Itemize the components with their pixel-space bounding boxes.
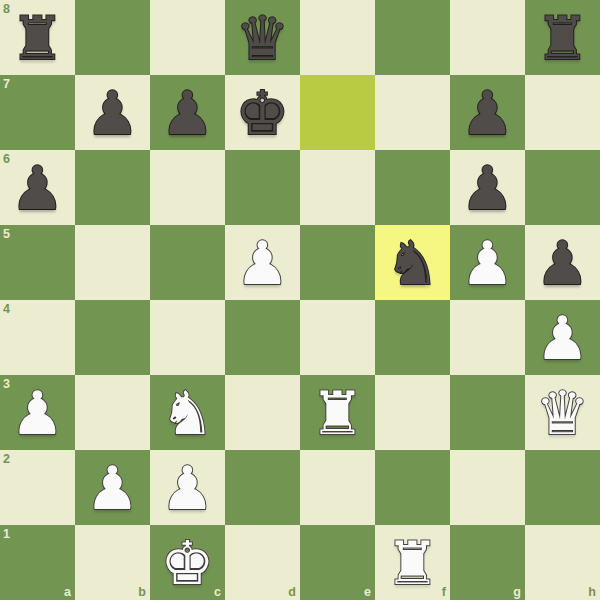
square-f1[interactable]: f♜ xyxy=(375,525,450,600)
square-c4[interactable] xyxy=(150,300,225,375)
square-g5[interactable]: ♟ xyxy=(450,225,525,300)
square-a8[interactable]: 8♜ xyxy=(0,0,75,75)
square-b5[interactable] xyxy=(75,225,150,300)
square-g6[interactable]: ♟ xyxy=(450,150,525,225)
square-d7[interactable]: ♚ xyxy=(225,75,300,150)
piece-white-pawn-h4[interactable]: ♟ xyxy=(536,308,590,368)
square-h3[interactable]: ♛ xyxy=(525,375,600,450)
piece-black-pawn-h5[interactable]: ♟ xyxy=(536,233,590,293)
chess-board: 8♜♛♜7♟♟♚♟6♟♟5♟♞♟♟4♟3♟♞♜♛2♟♟1abc♚def♜gh xyxy=(0,0,600,600)
square-e7[interactable] xyxy=(300,75,375,150)
square-a4[interactable]: 4 xyxy=(0,300,75,375)
square-b2[interactable]: ♟ xyxy=(75,450,150,525)
square-c3[interactable]: ♞ xyxy=(150,375,225,450)
piece-black-pawn-a6[interactable]: ♟ xyxy=(11,158,65,218)
square-b1[interactable]: b xyxy=(75,525,150,600)
piece-black-rook-h8[interactable]: ♜ xyxy=(536,8,590,68)
piece-white-knight-c3[interactable]: ♞ xyxy=(161,383,215,443)
square-a3[interactable]: 3♟ xyxy=(0,375,75,450)
square-c1[interactable]: c♚ xyxy=(150,525,225,600)
square-f3[interactable] xyxy=(375,375,450,450)
square-d6[interactable] xyxy=(225,150,300,225)
square-e5[interactable] xyxy=(300,225,375,300)
square-d1[interactable]: d xyxy=(225,525,300,600)
piece-white-pawn-c2[interactable]: ♟ xyxy=(161,458,215,518)
square-g8[interactable] xyxy=(450,0,525,75)
square-e3[interactable]: ♜ xyxy=(300,375,375,450)
square-g7[interactable]: ♟ xyxy=(450,75,525,150)
piece-white-rook-f1[interactable]: ♜ xyxy=(386,533,440,593)
file-label-c: c xyxy=(214,586,221,599)
square-e6[interactable] xyxy=(300,150,375,225)
square-f5[interactable]: ♞ xyxy=(375,225,450,300)
rank-label-3: 3 xyxy=(3,378,10,391)
square-a2[interactable]: 2 xyxy=(0,450,75,525)
square-f4[interactable] xyxy=(375,300,450,375)
square-a5[interactable]: 5 xyxy=(0,225,75,300)
piece-white-pawn-a3[interactable]: ♟ xyxy=(11,383,65,443)
square-a6[interactable]: 6♟ xyxy=(0,150,75,225)
file-label-f: f xyxy=(442,586,446,599)
square-c6[interactable] xyxy=(150,150,225,225)
square-d5[interactable]: ♟ xyxy=(225,225,300,300)
square-h4[interactable]: ♟ xyxy=(525,300,600,375)
file-label-e: e xyxy=(364,586,371,599)
piece-white-king-c1[interactable]: ♚ xyxy=(161,533,215,593)
square-c2[interactable]: ♟ xyxy=(150,450,225,525)
rank-label-1: 1 xyxy=(3,528,10,541)
rank-label-2: 2 xyxy=(3,453,10,466)
piece-black-rook-a8[interactable]: ♜ xyxy=(11,8,65,68)
square-e4[interactable] xyxy=(300,300,375,375)
piece-black-pawn-c7[interactable]: ♟ xyxy=(161,83,215,143)
file-label-d: d xyxy=(288,586,296,599)
square-d8[interactable]: ♛ xyxy=(225,0,300,75)
piece-black-pawn-g7[interactable]: ♟ xyxy=(461,83,515,143)
piece-black-king-d7[interactable]: ♚ xyxy=(236,83,290,143)
square-c5[interactable] xyxy=(150,225,225,300)
rank-label-8: 8 xyxy=(3,3,10,16)
square-f8[interactable] xyxy=(375,0,450,75)
piece-black-queen-d8[interactable]: ♛ xyxy=(236,8,290,68)
file-label-b: b xyxy=(138,586,146,599)
square-f7[interactable] xyxy=(375,75,450,150)
file-label-h: h xyxy=(588,586,596,599)
square-g2[interactable] xyxy=(450,450,525,525)
square-b6[interactable] xyxy=(75,150,150,225)
square-c7[interactable]: ♟ xyxy=(150,75,225,150)
square-h8[interactable]: ♜ xyxy=(525,0,600,75)
square-c8[interactable] xyxy=(150,0,225,75)
square-b7[interactable]: ♟ xyxy=(75,75,150,150)
square-b3[interactable] xyxy=(75,375,150,450)
square-h5[interactable]: ♟ xyxy=(525,225,600,300)
rank-label-7: 7 xyxy=(3,78,10,91)
rank-label-5: 5 xyxy=(3,228,10,241)
piece-white-pawn-g5[interactable]: ♟ xyxy=(461,233,515,293)
square-e1[interactable]: e xyxy=(300,525,375,600)
square-a7[interactable]: 7 xyxy=(0,75,75,150)
square-e2[interactable] xyxy=(300,450,375,525)
piece-white-rook-e3[interactable]: ♜ xyxy=(311,383,365,443)
piece-white-pawn-d5[interactable]: ♟ xyxy=(236,233,290,293)
piece-black-knight-f5[interactable]: ♞ xyxy=(386,233,440,293)
piece-black-pawn-g6[interactable]: ♟ xyxy=(461,158,515,218)
square-g4[interactable] xyxy=(450,300,525,375)
square-h6[interactable] xyxy=(525,150,600,225)
square-e8[interactable] xyxy=(300,0,375,75)
square-d2[interactable] xyxy=(225,450,300,525)
rank-label-6: 6 xyxy=(3,153,10,166)
square-g3[interactable] xyxy=(450,375,525,450)
file-label-a: a xyxy=(64,586,71,599)
rank-label-4: 4 xyxy=(3,303,10,316)
square-f6[interactable] xyxy=(375,150,450,225)
square-d4[interactable] xyxy=(225,300,300,375)
file-label-g: g xyxy=(513,586,521,599)
square-h2[interactable] xyxy=(525,450,600,525)
square-b8[interactable] xyxy=(75,0,150,75)
square-h1[interactable]: h xyxy=(525,525,600,600)
square-f2[interactable] xyxy=(375,450,450,525)
square-a1[interactable]: 1a xyxy=(0,525,75,600)
square-g1[interactable]: g xyxy=(450,525,525,600)
square-d3[interactable] xyxy=(225,375,300,450)
piece-white-pawn-b2[interactable]: ♟ xyxy=(86,458,140,518)
square-h7[interactable] xyxy=(525,75,600,150)
square-b4[interactable] xyxy=(75,300,150,375)
piece-black-pawn-b7[interactable]: ♟ xyxy=(86,83,140,143)
piece-white-queen-h3[interactable]: ♛ xyxy=(536,383,590,443)
